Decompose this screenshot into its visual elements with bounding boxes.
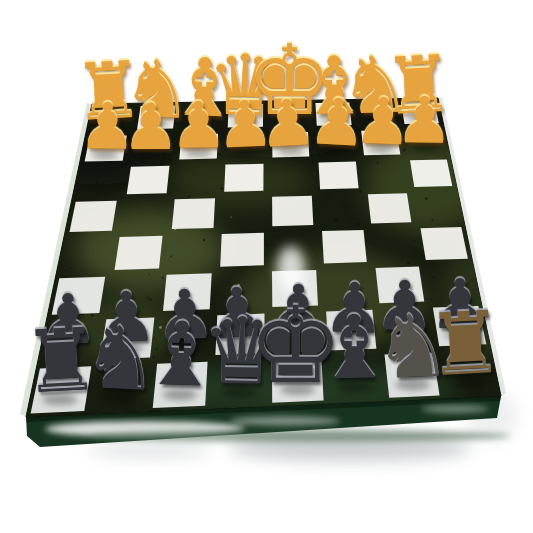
light-square-inlay-b4 — [115, 236, 163, 270]
light-square-inlay-d6 — [224, 164, 263, 192]
light-square-inlay-b6 — [127, 166, 170, 194]
square-b5[interactable] — [116, 196, 171, 234]
square-g4[interactable] — [367, 225, 422, 265]
square-d5[interactable] — [218, 194, 268, 231]
light-square-inlay-d4 — [220, 233, 264, 267]
square-c6[interactable] — [171, 162, 221, 197]
light-square-inlay-f4 — [322, 230, 367, 264]
square-f5[interactable] — [316, 191, 367, 228]
piece-h7-amber-pawn[interactable]: ♟ — [395, 88, 454, 153]
square-e6[interactable] — [268, 160, 316, 194]
light-square-inlay-g5 — [368, 193, 412, 223]
square-a6[interactable] — [72, 164, 127, 199]
square-g6[interactable] — [360, 158, 411, 192]
light-square-inlay-e5 — [272, 196, 313, 227]
square-c4[interactable] — [163, 231, 218, 272]
light-square-inlay-h6 — [410, 160, 452, 187]
light-square-inlay-c5 — [172, 198, 215, 229]
light-square-inlay-h4 — [421, 227, 468, 260]
piece-h1-black-rook[interactable]: ♜ — [425, 300, 506, 390]
chess-set-photo: ♜♞♝♛♚♝♞♜♟♟♟♟♟♟♟♟♟♟♟♟♟♟♟♟♜♞♝♛♚♝♞♜ Chess s… — [0, 0, 533, 533]
square-a4[interactable] — [56, 234, 116, 275]
square-h5[interactable] — [411, 189, 465, 225]
light-square-inlay-a5 — [70, 201, 117, 232]
light-square-inlay-f6 — [319, 162, 359, 190]
